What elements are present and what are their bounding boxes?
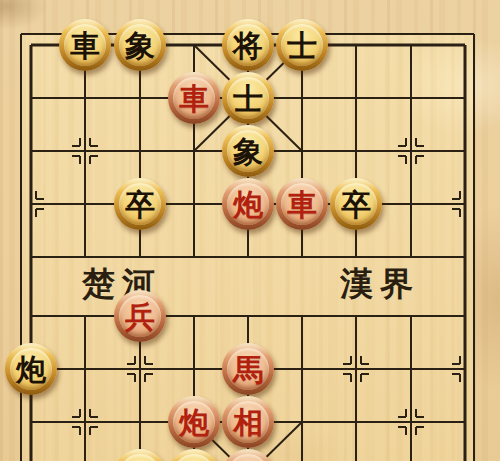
- piece-face: 士: [281, 24, 323, 66]
- piece-character: 士: [233, 84, 263, 114]
- piece-character: 炮: [233, 190, 263, 220]
- piece-face: [227, 454, 269, 461]
- piece-character: 卒: [341, 190, 371, 220]
- piece-black-chariot[interactable]: 車: [59, 19, 111, 71]
- piece-red-cannon[interactable]: 炮: [222, 178, 274, 230]
- piece-character: 炮: [16, 355, 46, 385]
- piece-face: 炮: [173, 401, 215, 443]
- piece-face: 卒: [119, 183, 161, 225]
- piece-character: 相: [233, 408, 263, 438]
- piece-red-cannon[interactable]: 炮: [168, 396, 220, 448]
- piece-character: 炮: [179, 408, 209, 438]
- piece-black-cannon[interactable]: 炮: [5, 343, 57, 395]
- piece-black-soldier[interactable]: 卒: [114, 178, 166, 230]
- piece-character: 象: [233, 137, 263, 167]
- piece-face: 兵: [119, 295, 161, 337]
- piece-character: 将: [233, 31, 263, 61]
- piece-face: [119, 454, 161, 461]
- river-label-han-jie: 漢界: [340, 266, 420, 302]
- piece-black-general[interactable]: 将: [222, 19, 274, 71]
- piece-red-horse[interactable]: 馬: [222, 343, 274, 395]
- piece-face: 象: [119, 24, 161, 66]
- piece-face: 炮: [227, 183, 269, 225]
- piece-character: 車: [70, 31, 100, 61]
- piece-red-elephant[interactable]: 相: [222, 396, 274, 448]
- piece-black-elephant[interactable]: 象: [114, 19, 166, 71]
- piece-face: 車: [173, 77, 215, 119]
- piece-face: 馬: [227, 348, 269, 390]
- piece-face: 車: [281, 183, 323, 225]
- piece-character: 卒: [125, 190, 155, 220]
- piece-character: 馬: [233, 355, 263, 385]
- piece-face: 車: [64, 24, 106, 66]
- piece-face: 士: [227, 77, 269, 119]
- piece-character: 兵: [125, 302, 155, 332]
- piece-face: 相: [227, 401, 269, 443]
- piece-black-elephant[interactable]: 象: [222, 125, 274, 177]
- piece-face: 象: [227, 130, 269, 172]
- piece-red-soldier[interactable]: 兵: [114, 290, 166, 342]
- piece-character: 車: [287, 190, 317, 220]
- piece-face: 卒: [335, 183, 377, 225]
- piece-face: 炮: [10, 348, 52, 390]
- piece-black-advisor[interactable]: 士: [222, 72, 274, 124]
- piece-black-soldier[interactable]: 卒: [330, 178, 382, 230]
- piece-face: [173, 454, 215, 461]
- piece-black-advisor[interactable]: 士: [276, 19, 328, 71]
- piece-face: 将: [227, 24, 269, 66]
- piece-character: 士: [287, 31, 317, 61]
- piece-character: 車: [179, 84, 209, 114]
- piece-red-chariot[interactable]: 車: [168, 72, 220, 124]
- piece-red-chariot[interactable]: 車: [276, 178, 328, 230]
- piece-character: 象: [125, 31, 155, 61]
- xiangqi-board[interactable]: 楚河 漢界 車象将士車士象卒炮車卒兵炮馬炮相: [0, 0, 500, 461]
